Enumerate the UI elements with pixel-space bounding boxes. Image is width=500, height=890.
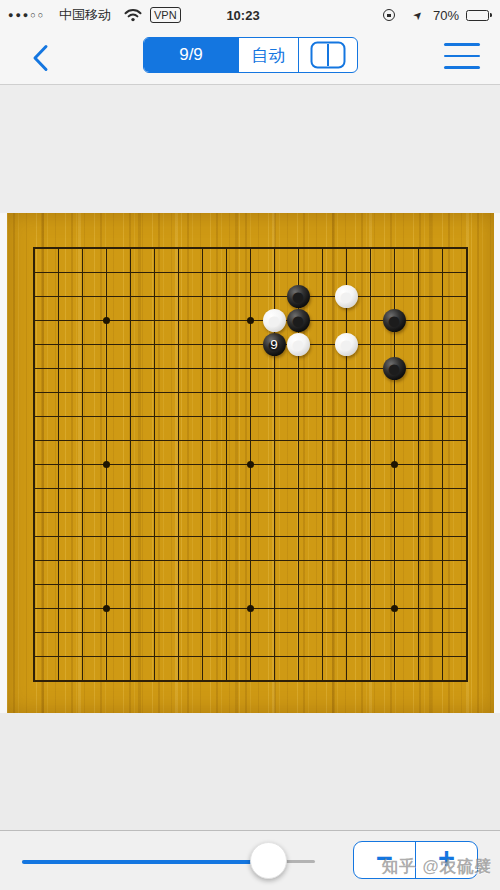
hamburger-line [444, 55, 480, 58]
black-stone: ● [287, 309, 310, 332]
segmented-control: 9/9 自动 [143, 37, 358, 73]
star-point [103, 605, 110, 612]
back-button[interactable] [24, 42, 56, 74]
move-counter-segment[interactable]: 9/9 [144, 38, 238, 72]
star-point [103, 317, 110, 324]
goban-wood: ●●●●●●●●●9 [7, 213, 494, 713]
auto-play-segment[interactable]: 自动 [238, 38, 298, 72]
back-chevron-icon [32, 44, 49, 72]
hamburger-menu-button[interactable] [444, 41, 480, 71]
battery-icon [466, 0, 492, 30]
open-book-icon [310, 41, 346, 69]
move-slider[interactable] [22, 845, 315, 877]
rotation-lock-icon [383, 0, 395, 30]
slider-thumb[interactable] [250, 842, 287, 879]
lower-spacer [0, 713, 500, 830]
slider-fill [22, 860, 268, 864]
white-stone: ● [335, 285, 358, 308]
battery-percent-label: 70% [433, 0, 459, 30]
game-record-segment[interactable] [298, 38, 357, 72]
white-stone: ● [263, 309, 286, 332]
black-stone: ● [383, 357, 406, 380]
bottom-toolbar: − + 知乎 @农硫襞 [0, 830, 500, 890]
board-section: ●●●●●●●●●9 [0, 213, 500, 713]
status-bar: ●●●○○ 中国移动 VPN 10:23 ➤ 70% [0, 0, 500, 30]
star-point [247, 317, 254, 324]
star-point [103, 461, 110, 468]
hamburger-line [444, 66, 480, 69]
nav-bar: 9/9 自动 [0, 30, 500, 85]
star-point [391, 461, 398, 468]
star-point [391, 605, 398, 612]
hamburger-line [444, 43, 480, 46]
star-point [247, 605, 254, 612]
star-point [247, 461, 254, 468]
go-board-grid[interactable]: ●●●●●●●●●9 [34, 248, 467, 681]
black-stone: ● [287, 285, 310, 308]
black-stone: ● [383, 309, 406, 332]
white-stone: ● [335, 333, 358, 356]
header-area: 2018/08/01 i [0, 85, 500, 213]
watermark-label: 知乎 @农硫襞 [382, 856, 492, 878]
move-number-label: 9 [263, 333, 286, 356]
white-stone: ● [287, 333, 310, 356]
app-screen: ●●●○○ 中国移动 VPN 10:23 ➤ 70% 9/9 自动 [0, 0, 500, 890]
